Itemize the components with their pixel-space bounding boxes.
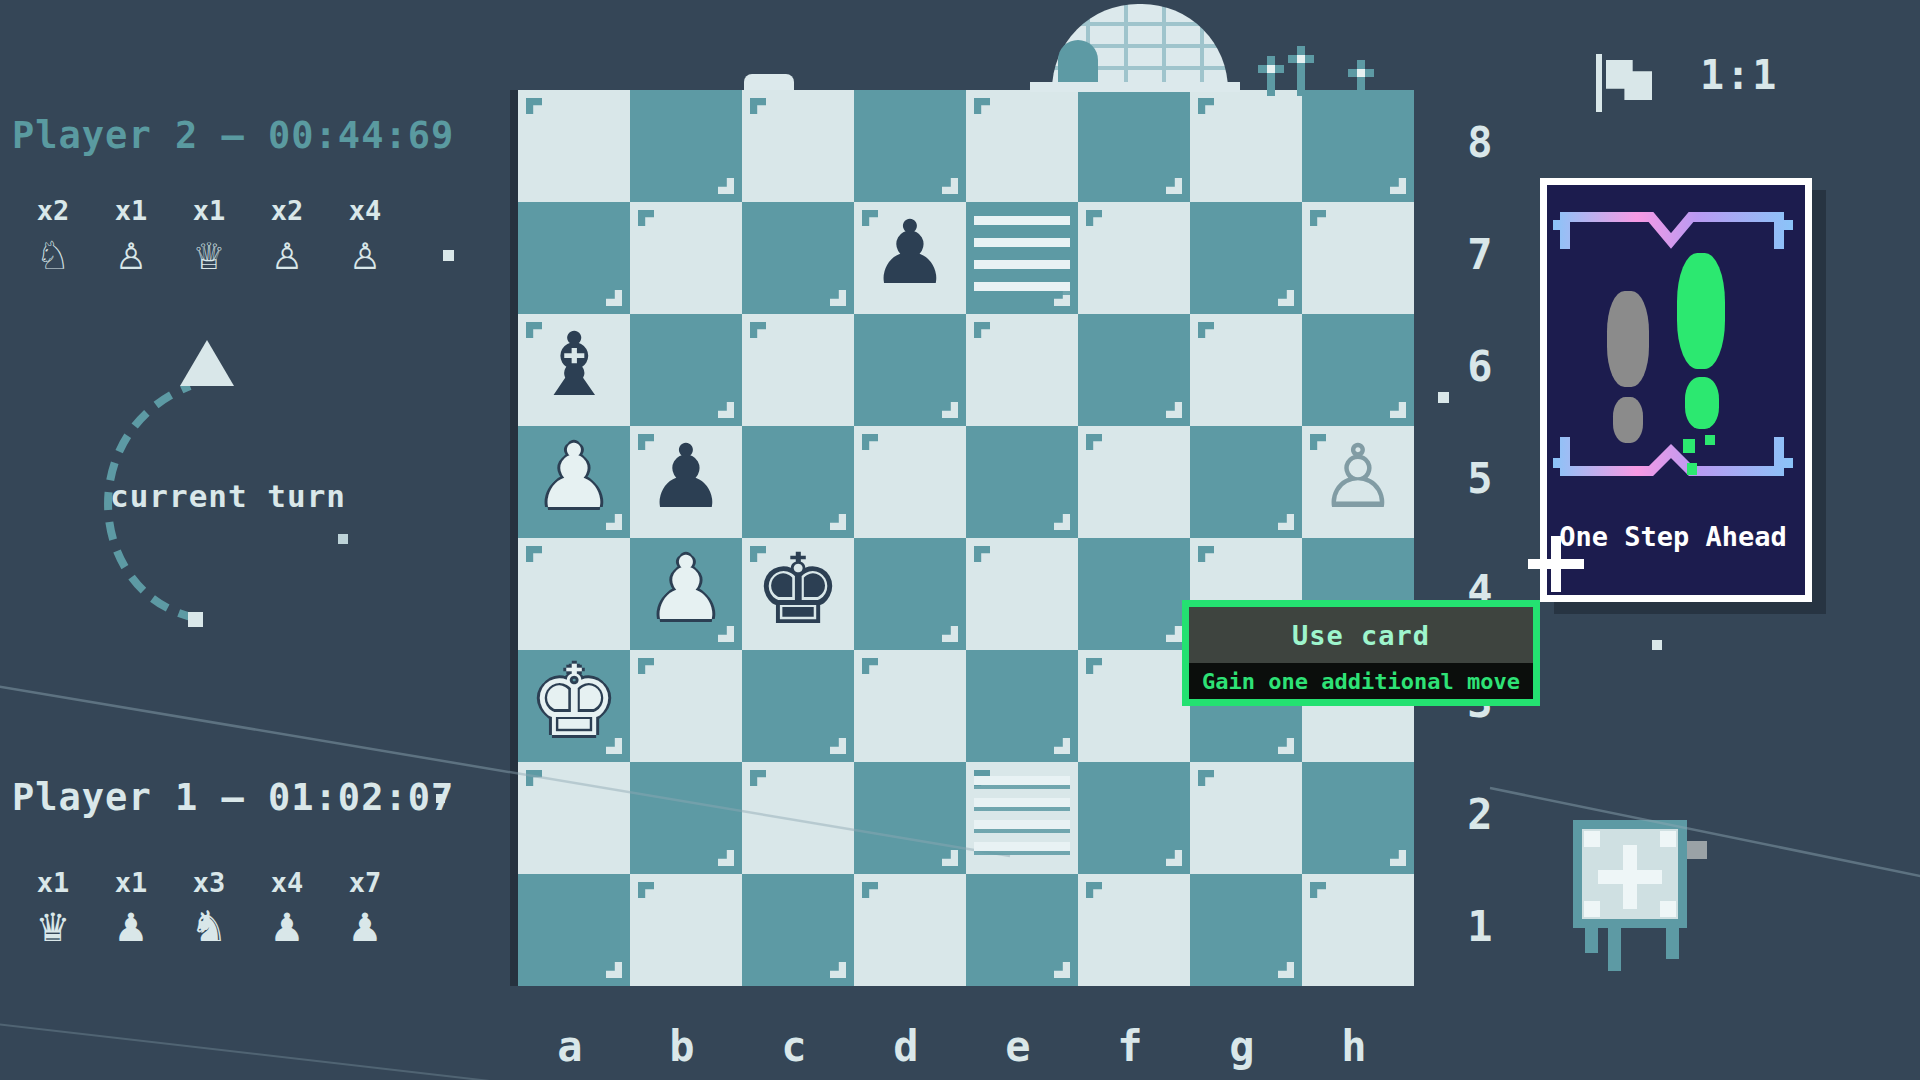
card-title: One Step Ahead — [1547, 521, 1799, 552]
black-bishop-a6[interactable]: ♝ — [518, 306, 630, 424]
square-a5[interactable]: ♟ — [518, 426, 630, 538]
card-art-gray-base — [1613, 397, 1643, 443]
card-tooltip: Use card Gain one additional move — [1182, 600, 1540, 706]
card-art-green-dot — [1705, 435, 1715, 445]
square-b5[interactable]: ♟ — [630, 426, 742, 538]
use-card-button[interactable]: Use card — [1189, 607, 1533, 663]
square-a3[interactable]: ♚ — [518, 650, 630, 762]
square-b4[interactable]: ♟ — [630, 538, 742, 650]
white-king-a3[interactable]: ♚ — [518, 642, 630, 760]
black-king-c4[interactable]: ♚ — [742, 530, 854, 648]
card-effect-description: Gain one additional move — [1189, 663, 1533, 699]
white-pawn-a5[interactable]: ♟ — [518, 418, 630, 536]
game-screen: Player 2 – 00:44:69 x2♘x1♙x1♕x2♙x4♙ curr… — [0, 0, 1920, 1080]
square-h5[interactable]: ♙ — [1302, 426, 1414, 538]
card-art-green-piece — [1677, 253, 1725, 369]
square-e2[interactable] — [966, 762, 1078, 874]
square-c4[interactable]: ♚ — [742, 538, 854, 650]
white-ghost-pawn-h5[interactable]: ♙ — [1302, 418, 1414, 536]
card-art-green-dot — [1687, 463, 1697, 475]
current-turn-arrow — [108, 340, 234, 627]
black-pawn-b5[interactable]: ♟ — [630, 418, 742, 536]
white-pawn-b4[interactable]: ♟ — [630, 530, 742, 648]
black-pawn-d7[interactable]: ♟ — [854, 194, 966, 312]
ice-drift-e2 — [974, 776, 1070, 860]
ice-drift-e7 — [974, 216, 1070, 300]
use-card-label: Use card — [1292, 620, 1430, 651]
card-effect-text: Gain one additional move — [1202, 669, 1520, 694]
square-d7[interactable]: ♟ — [854, 202, 966, 314]
card-art-gray-piece — [1607, 291, 1649, 387]
square-a6[interactable]: ♝ — [518, 314, 630, 426]
card-art-green-dot — [1683, 439, 1695, 453]
card-art-green-base — [1685, 377, 1719, 429]
square-e7[interactable] — [966, 202, 1078, 314]
card-one-step-ahead[interactable]: One Step Ahead — [1540, 178, 1812, 602]
